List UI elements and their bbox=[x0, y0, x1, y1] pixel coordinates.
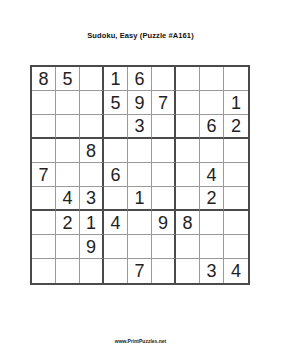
cell-r9c1-empty[interactable] bbox=[32, 259, 56, 283]
cell-r1c4-given: 1 bbox=[104, 67, 128, 91]
cell-r3c7-empty[interactable] bbox=[176, 115, 200, 139]
footer-url: www.PrintPuzzles.net bbox=[0, 338, 281, 344]
cell-r5c9-empty[interactable] bbox=[224, 163, 248, 187]
cell-r2c7-empty[interactable] bbox=[176, 91, 200, 115]
sudoku-grid: 8516597136287644312214989734 bbox=[30, 65, 250, 285]
cell-r3c6-empty[interactable] bbox=[152, 115, 176, 139]
cell-r7c7-given: 8 bbox=[176, 211, 200, 235]
cell-r1c6-empty[interactable] bbox=[152, 67, 176, 91]
cell-r9c6-empty[interactable] bbox=[152, 259, 176, 283]
cell-r2c6-given: 7 bbox=[152, 91, 176, 115]
cell-r9c3-empty[interactable] bbox=[80, 259, 104, 283]
cell-r1c3-empty[interactable] bbox=[80, 67, 104, 91]
cell-r2c3-empty[interactable] bbox=[80, 91, 104, 115]
cell-r1c5-given: 6 bbox=[128, 67, 152, 91]
cell-r7c4-given: 4 bbox=[104, 211, 128, 235]
cell-r4c7-empty[interactable] bbox=[176, 139, 200, 163]
cell-r8c9-empty[interactable] bbox=[224, 235, 248, 259]
cell-r8c2-empty[interactable] bbox=[56, 235, 80, 259]
cell-r3c4-empty[interactable] bbox=[104, 115, 128, 139]
cell-r8c1-empty[interactable] bbox=[32, 235, 56, 259]
cell-r4c6-empty[interactable] bbox=[152, 139, 176, 163]
cell-r9c9-given: 4 bbox=[224, 259, 248, 283]
cell-r7c3-given: 1 bbox=[80, 211, 104, 235]
cell-r2c2-empty[interactable] bbox=[56, 91, 80, 115]
cell-r2c9-given: 1 bbox=[224, 91, 248, 115]
cell-r7c9-empty[interactable] bbox=[224, 211, 248, 235]
cell-r1c2-given: 5 bbox=[56, 67, 80, 91]
cell-r5c7-empty[interactable] bbox=[176, 163, 200, 187]
page-title: Sudoku, Easy (Puzzle #A161) bbox=[0, 31, 281, 40]
cell-r1c1-given: 8 bbox=[32, 67, 56, 91]
cell-r7c8-empty[interactable] bbox=[200, 211, 224, 235]
cell-r7c6-given: 9 bbox=[152, 211, 176, 235]
cell-r9c8-given: 3 bbox=[200, 259, 224, 283]
printable-sudoku-page: Sudoku, Easy (Puzzle #A161) 851659713628… bbox=[0, 0, 281, 363]
cell-r2c5-given: 9 bbox=[128, 91, 152, 115]
cell-r4c5-empty[interactable] bbox=[128, 139, 152, 163]
cell-r3c5-given: 3 bbox=[128, 115, 152, 139]
cell-r2c1-empty[interactable] bbox=[32, 91, 56, 115]
cell-r5c3-empty[interactable] bbox=[80, 163, 104, 187]
cell-r9c2-empty[interactable] bbox=[56, 259, 80, 283]
cell-r8c8-empty[interactable] bbox=[200, 235, 224, 259]
cell-r5c6-empty[interactable] bbox=[152, 163, 176, 187]
cell-r8c6-empty[interactable] bbox=[152, 235, 176, 259]
cell-r9c4-empty[interactable] bbox=[104, 259, 128, 283]
cell-r5c1-given: 7 bbox=[32, 163, 56, 187]
cell-r8c4-empty[interactable] bbox=[104, 235, 128, 259]
cell-r9c7-empty[interactable] bbox=[176, 259, 200, 283]
cell-r7c1-empty[interactable] bbox=[32, 211, 56, 235]
cell-r6c8-given: 2 bbox=[200, 187, 224, 211]
cell-r1c8-empty[interactable] bbox=[200, 67, 224, 91]
cell-r6c4-empty[interactable] bbox=[104, 187, 128, 211]
cell-r6c7-empty[interactable] bbox=[176, 187, 200, 211]
cell-r6c3-given: 3 bbox=[80, 187, 104, 211]
cell-r3c9-given: 2 bbox=[224, 115, 248, 139]
cell-r4c4-empty[interactable] bbox=[104, 139, 128, 163]
cell-r3c1-empty[interactable] bbox=[32, 115, 56, 139]
cell-r5c2-empty[interactable] bbox=[56, 163, 80, 187]
cell-r7c5-empty[interactable] bbox=[128, 211, 152, 235]
cell-r6c6-empty[interactable] bbox=[152, 187, 176, 211]
cell-r7c2-given: 2 bbox=[56, 211, 80, 235]
cell-r4c8-empty[interactable] bbox=[200, 139, 224, 163]
cell-r5c4-given: 6 bbox=[104, 163, 128, 187]
cell-r5c8-given: 4 bbox=[200, 163, 224, 187]
cell-r5c5-empty[interactable] bbox=[128, 163, 152, 187]
cell-r2c4-given: 5 bbox=[104, 91, 128, 115]
cell-r9c5-given: 7 bbox=[128, 259, 152, 283]
cell-r1c9-empty[interactable] bbox=[224, 67, 248, 91]
cell-r8c7-empty[interactable] bbox=[176, 235, 200, 259]
cell-r3c3-empty[interactable] bbox=[80, 115, 104, 139]
cell-r6c2-given: 4 bbox=[56, 187, 80, 211]
cell-r1c7-empty[interactable] bbox=[176, 67, 200, 91]
cell-r2c8-empty[interactable] bbox=[200, 91, 224, 115]
cell-r3c2-empty[interactable] bbox=[56, 115, 80, 139]
cell-r6c9-empty[interactable] bbox=[224, 187, 248, 211]
cell-r8c5-empty[interactable] bbox=[128, 235, 152, 259]
cell-r4c2-empty[interactable] bbox=[56, 139, 80, 163]
cell-r6c1-empty[interactable] bbox=[32, 187, 56, 211]
cell-r8c3-given: 9 bbox=[80, 235, 104, 259]
cell-r3c8-given: 6 bbox=[200, 115, 224, 139]
cell-r6c5-given: 1 bbox=[128, 187, 152, 211]
cell-r4c9-empty[interactable] bbox=[224, 139, 248, 163]
cell-r4c3-given: 8 bbox=[80, 139, 104, 163]
cell-r4c1-empty[interactable] bbox=[32, 139, 56, 163]
